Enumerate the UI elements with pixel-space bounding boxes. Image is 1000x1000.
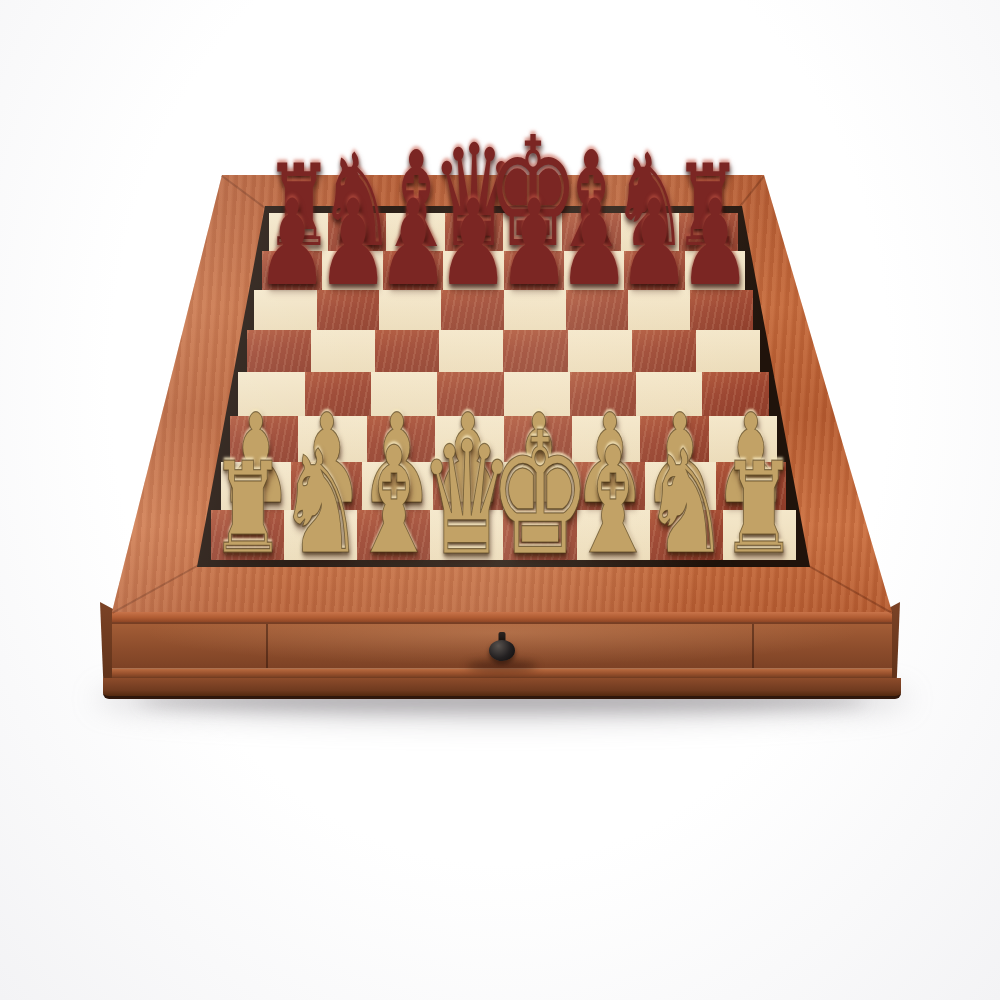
cream-rook-h1[interactable]: ♜ — [721, 446, 798, 572]
red-pawn-h7[interactable]: ♟ — [679, 184, 751, 302]
cream-knight-g1[interactable]: ♞ — [643, 432, 730, 575]
cream-rook-a1[interactable]: ♜ — [209, 446, 286, 572]
pieces-layer: ♜♞♝♛♚♝♞♜♟♟♟♟♟♟♟♟♟♟♟♟♟♟♟♟♜♞♝♛♚♝♞♜ — [0, 0, 1000, 1000]
scene: ♜♞♝♛♚♝♞♜♟♟♟♟♟♟♟♟♟♟♟♟♟♟♟♟♜♞♝♛♚♝♞♜ — [0, 0, 1000, 1000]
